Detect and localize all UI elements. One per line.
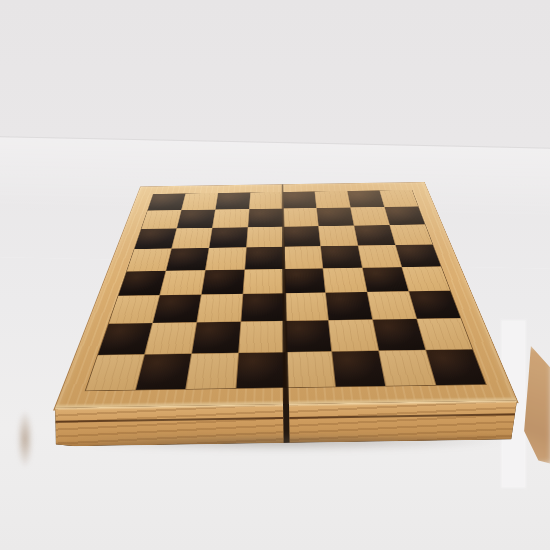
board-frame xyxy=(53,182,519,411)
square-e5 xyxy=(284,246,323,268)
square-b4 xyxy=(160,270,205,295)
square-d1 xyxy=(236,353,285,389)
chess-board-grid xyxy=(85,190,487,392)
square-h3 xyxy=(409,291,460,319)
square-d2 xyxy=(239,321,285,352)
square-e2 xyxy=(285,321,331,352)
left-shadow-blob xyxy=(17,410,33,468)
square-c2 xyxy=(192,322,240,353)
square-e4 xyxy=(284,268,325,293)
square-c6 xyxy=(209,227,247,247)
board-top-face xyxy=(53,182,519,411)
square-f1 xyxy=(333,351,386,386)
square-h1 xyxy=(426,350,485,385)
square-f6 xyxy=(319,226,358,246)
square-a6 xyxy=(135,228,177,248)
square-b5 xyxy=(166,248,208,270)
square-c4 xyxy=(202,270,245,295)
square-b1 xyxy=(136,354,191,390)
square-c8 xyxy=(216,193,250,210)
square-f8 xyxy=(315,191,350,208)
square-g2 xyxy=(373,319,425,350)
square-e3 xyxy=(285,293,329,321)
square-a4 xyxy=(118,271,165,296)
square-d3 xyxy=(241,294,284,322)
square-c1 xyxy=(186,353,238,389)
square-a2 xyxy=(98,323,152,354)
square-b2 xyxy=(145,323,196,354)
square-g4 xyxy=(363,267,409,292)
square-b6 xyxy=(172,228,212,248)
square-h5 xyxy=(396,244,441,266)
square-a7 xyxy=(142,210,181,228)
square-g3 xyxy=(368,292,417,320)
box-under-shadow xyxy=(62,437,508,451)
square-h7 xyxy=(385,207,425,225)
square-d7 xyxy=(248,209,283,227)
square-d6 xyxy=(247,227,284,247)
square-e1 xyxy=(286,352,336,388)
square-b3 xyxy=(153,295,201,323)
square-b8 xyxy=(182,193,218,210)
square-a3 xyxy=(109,296,159,324)
square-c7 xyxy=(213,209,249,227)
square-c5 xyxy=(206,247,246,269)
square-a5 xyxy=(127,249,171,271)
square-f3 xyxy=(326,292,372,320)
square-c3 xyxy=(197,294,242,322)
square-g6 xyxy=(355,225,395,245)
board-scene xyxy=(53,182,519,407)
varnish-sheen-overlay xyxy=(53,182,519,411)
square-d8 xyxy=(249,192,282,209)
square-d4 xyxy=(243,269,284,294)
square-g8 xyxy=(348,191,384,208)
square-a1 xyxy=(86,355,144,391)
board-tilt-wrapper xyxy=(49,178,518,410)
square-h6 xyxy=(390,225,432,245)
square-f4 xyxy=(324,268,367,293)
square-h2 xyxy=(417,319,472,350)
square-h8 xyxy=(380,190,418,207)
square-g5 xyxy=(359,245,402,267)
square-f2 xyxy=(329,320,378,351)
square-d5 xyxy=(245,247,284,269)
square-e8 xyxy=(283,192,316,209)
fold-seam xyxy=(280,184,289,407)
square-h4 xyxy=(402,267,450,292)
square-f5 xyxy=(321,246,362,268)
square-f7 xyxy=(317,208,354,226)
square-a8 xyxy=(148,194,185,211)
square-b7 xyxy=(177,210,215,228)
square-e6 xyxy=(284,226,321,246)
photo-backdrop xyxy=(0,0,550,550)
square-e7 xyxy=(283,208,318,226)
square-g7 xyxy=(351,207,389,225)
square-g1 xyxy=(379,350,435,385)
